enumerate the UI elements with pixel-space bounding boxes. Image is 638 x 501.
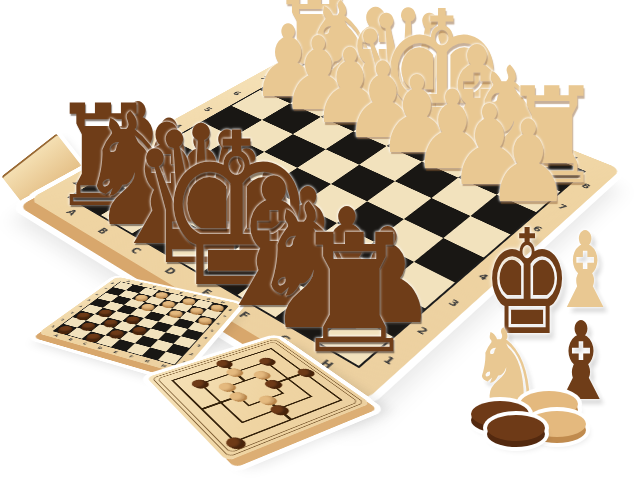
chess-coordinate-label: 5	[504, 247, 519, 257]
checkers-coordinate-label: G	[144, 359, 151, 363]
checkers-coordinate-label: D	[97, 346, 104, 350]
chess-coordinate-label: F	[236, 309, 253, 321]
chess-coordinate-label: 6	[530, 224, 544, 234]
chess-coordinate-label: B	[358, 70, 371, 76]
chess-coordinate-label: D	[162, 265, 180, 276]
checkers-coordinate-label: B	[139, 283, 145, 286]
chess-coordinate-label: 5	[201, 106, 214, 113]
checkers-coordinate-label: 2	[188, 352, 194, 356]
loose-checker-disc-light	[528, 411, 586, 437]
chess-coordinate-label: C	[128, 245, 145, 255]
checkers-coordinate-label: 3	[196, 344, 202, 348]
checkers-coordinate-label: H	[220, 301, 226, 304]
loose-checker-disc-dark	[487, 415, 545, 441]
chess-piece-dark-b-loose: ♝	[545, 309, 617, 417]
checkers-coordinate-label: G	[206, 298, 212, 301]
checkers-coordinate-label: 8	[228, 309, 233, 312]
checkers-coordinate-label: H	[160, 364, 167, 369]
chess-coordinate-label: H	[565, 154, 579, 163]
chess-coordinate-label: 1	[381, 354, 398, 367]
chess-coordinate-label: 7	[258, 75, 270, 81]
checkers-coordinate-label: F	[128, 355, 135, 359]
checkers-coordinate-label: C	[152, 286, 157, 289]
chess-coordinate-label: B	[95, 226, 112, 236]
chess-coordinate-label: 4	[476, 271, 491, 282]
chess-coordinate-label: 1	[70, 178, 85, 186]
checkers-coordinate-label: 4	[203, 336, 209, 340]
checkers-coordinate-label: 7	[222, 315, 227, 318]
chess-coordinate-label: E	[456, 110, 468, 117]
checkers-coordinate-label: A	[53, 334, 60, 338]
loose-checker-disc-dark	[471, 401, 529, 427]
checkers-coordinate-label: E	[112, 350, 119, 354]
checkers-coordinate-label: 6	[216, 322, 222, 325]
chess-coordinate-label: F	[491, 124, 503, 131]
checkers-coordinate-label: F	[192, 295, 197, 298]
chess-coordinate-label: 2	[414, 325, 431, 337]
checkers-coordinate-label: E	[178, 292, 183, 295]
chess-coordinate-label: 7	[556, 202, 570, 211]
chess-coordinate-label: A	[328, 58, 341, 64]
chess-coordinate-label: D	[421, 96, 434, 103]
loose-checker-disc-light	[520, 391, 578, 417]
chess-coordinate-label: 2	[105, 159, 120, 167]
chess-coordinate-label: 4	[171, 123, 185, 130]
checkers-coordinate-label: A	[126, 280, 132, 283]
chess-coordinate-label: A	[64, 207, 80, 217]
chess-coordinate-label: C	[389, 83, 401, 90]
chess-coordinate-label: 3	[446, 297, 462, 308]
stage: AA11BB22CC33DD44EE55FF66GG77HH88 AA11BB2…	[0, 0, 638, 501]
chess-coordinate-label: 3	[139, 140, 153, 148]
chess-piece-light-b-loose: ♝	[550, 218, 620, 323]
chess-coordinate-label: 8	[285, 60, 297, 66]
checkers-coordinate-label: D	[165, 288, 171, 291]
checkers-coordinate-label: 5	[209, 329, 215, 333]
checkers-coordinate-label: B	[67, 338, 74, 342]
chess-coordinate-label: 8	[579, 182, 592, 191]
chess-coordinate-label: G	[527, 138, 541, 146]
chess-coordinate-label: 6	[231, 90, 244, 97]
chess-piece-light-n-loose: ♞	[468, 316, 543, 417]
checkers-coordinate-label: C	[82, 342, 89, 346]
